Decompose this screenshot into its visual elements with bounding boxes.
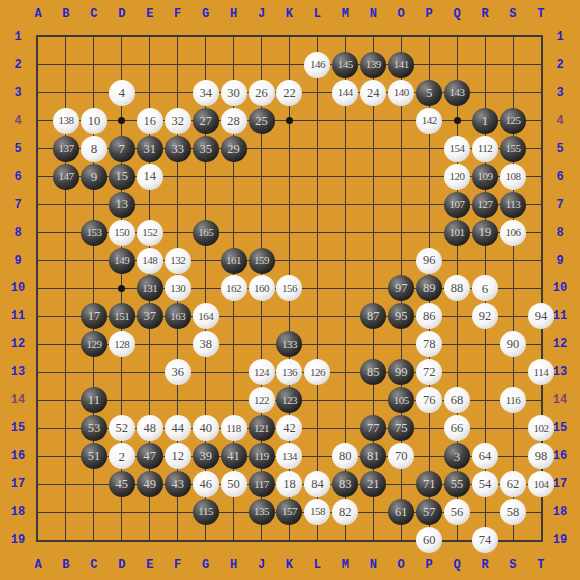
col-label-M-top: M <box>331 6 359 22</box>
col-label-T-top: T <box>527 6 555 22</box>
stone-white-S17: 62 <box>500 471 526 497</box>
stone-white-Q5: 154 <box>444 136 470 162</box>
stone-white-P12: 78 <box>416 331 442 357</box>
stone-white-Q6: 120 <box>444 164 470 190</box>
col-label-R-bottom: R <box>471 557 499 573</box>
stone-black-Q17: 55 <box>444 471 470 497</box>
col-label-T-bottom: T <box>527 557 555 573</box>
col-label-A-top: A <box>24 6 52 22</box>
stone-white-S12: 90 <box>500 331 526 357</box>
col-label-N-top: N <box>359 6 387 22</box>
stone-white-R5: 112 <box>472 136 498 162</box>
stone-black-D9: 149 <box>109 248 135 274</box>
col-label-A-bottom: A <box>24 557 52 573</box>
stone-white-L17: 84 <box>304 471 330 497</box>
stone-white-L13: 126 <box>304 359 330 385</box>
stone-black-D5: 7 <box>109 136 135 162</box>
stone-white-D15: 52 <box>109 415 135 441</box>
col-label-L-bottom: L <box>303 557 331 573</box>
stone-black-O13: 99 <box>388 359 414 385</box>
stone-black-Q16: 3 <box>444 443 470 469</box>
col-label-J-bottom: J <box>248 557 276 573</box>
stone-white-D12: 128 <box>109 331 135 357</box>
stone-white-K15: 42 <box>276 415 302 441</box>
col-label-B-bottom: B <box>52 557 80 573</box>
stone-black-E16: 47 <box>137 443 163 469</box>
col-label-F-top: F <box>164 6 192 22</box>
col-label-S-bottom: S <box>499 557 527 573</box>
stone-white-G12: 38 <box>193 331 219 357</box>
stone-black-G8: 165 <box>193 220 219 246</box>
column-labels-top: ABCDEFGHJKLMNOPQRST <box>24 6 555 22</box>
stone-white-K13: 136 <box>276 359 302 385</box>
stone-black-N16: 81 <box>360 443 386 469</box>
stone-white-C4: 10 <box>81 108 107 134</box>
stone-black-M17: 83 <box>332 471 358 497</box>
col-label-D-bottom: D <box>108 557 136 573</box>
stone-white-M16: 80 <box>332 443 358 469</box>
stone-black-F5: 33 <box>165 136 191 162</box>
stone-white-G15: 40 <box>193 415 219 441</box>
stone-black-K18: 157 <box>276 499 302 525</box>
stone-white-P11: 86 <box>416 303 442 329</box>
stone-white-K10: 156 <box>276 275 302 301</box>
stone-white-H15: 118 <box>221 415 247 441</box>
stone-white-S14: 116 <box>500 387 526 413</box>
stone-white-E15: 48 <box>137 415 163 441</box>
stone-black-J15: 121 <box>249 415 275 441</box>
col-label-S-top: S <box>499 6 527 22</box>
stone-black-C15: 53 <box>81 415 107 441</box>
stone-black-G5: 35 <box>193 136 219 162</box>
stone-white-N3: 24 <box>360 80 386 106</box>
stone-black-N11: 87 <box>360 303 386 329</box>
stone-white-H3: 30 <box>221 80 247 106</box>
col-label-J-top: J <box>248 6 276 22</box>
stone-black-J18: 135 <box>249 499 275 525</box>
stone-black-O15: 75 <box>388 415 414 441</box>
stone-black-D11: 151 <box>109 303 135 329</box>
col-label-E-bottom: E <box>136 557 164 573</box>
stone-white-K17: 18 <box>276 471 302 497</box>
stone-white-B4: 138 <box>53 108 79 134</box>
stone-black-O18: 61 <box>388 499 414 525</box>
stone-white-T17: 104 <box>528 471 554 497</box>
col-label-P-bottom: P <box>415 557 443 573</box>
stone-white-D3: 4 <box>109 80 135 106</box>
stone-black-J4: 25 <box>249 108 275 134</box>
go-board-diagram: ABCDEFGHJKLMNOPQRST ABCDEFGHJKLMNOPQRST … <box>0 0 580 580</box>
stone-white-C5: 8 <box>81 136 107 162</box>
column-labels-bottom: ABCDEFGHJKLMNOPQRST <box>24 557 555 573</box>
col-label-Q-bottom: Q <box>443 557 471 573</box>
stone-black-G18: 115 <box>193 499 219 525</box>
stone-white-F16: 12 <box>165 443 191 469</box>
col-label-D-top: D <box>108 6 136 22</box>
stone-black-E5: 31 <box>137 136 163 162</box>
stone-white-K16: 134 <box>276 443 302 469</box>
stone-black-D6: 15 <box>109 164 135 190</box>
stone-white-E4: 16 <box>137 108 163 134</box>
stone-black-G16: 39 <box>193 443 219 469</box>
stone-black-R6: 109 <box>472 164 498 190</box>
stone-black-J9: 159 <box>249 248 275 274</box>
stone-black-E11: 37 <box>137 303 163 329</box>
stone-black-B6: 147 <box>53 164 79 190</box>
stone-white-P9: 96 <box>416 248 442 274</box>
stone-white-H10: 162 <box>221 275 247 301</box>
stone-white-J3: 26 <box>249 80 275 106</box>
stone-white-D16: 2 <box>109 443 135 469</box>
stone-black-F17: 43 <box>165 471 191 497</box>
stone-white-F4: 32 <box>165 108 191 134</box>
col-label-P-top: P <box>415 6 443 22</box>
stone-white-R16: 64 <box>472 443 498 469</box>
stone-white-R17: 54 <box>472 471 498 497</box>
stone-white-F15: 44 <box>165 415 191 441</box>
col-label-G-top: G <box>192 6 220 22</box>
stone-white-F9: 132 <box>165 248 191 274</box>
stone-black-J16: 119 <box>249 443 275 469</box>
stone-white-H17: 50 <box>221 471 247 497</box>
stone-white-F13: 36 <box>165 359 191 385</box>
stone-white-G11: 164 <box>193 303 219 329</box>
col-label-H-bottom: H <box>220 557 248 573</box>
stone-black-O11: 95 <box>388 303 414 329</box>
stone-black-S7: 113 <box>500 192 526 218</box>
stone-black-P10: 89 <box>416 275 442 301</box>
stone-black-J17: 117 <box>249 471 275 497</box>
stone-white-T11: 94 <box>528 303 554 329</box>
stone-black-O14: 105 <box>388 387 414 413</box>
stone-white-E6: 14 <box>137 164 163 190</box>
stone-white-P13: 72 <box>416 359 442 385</box>
stone-white-Q10: 88 <box>444 275 470 301</box>
stone-black-D17: 45 <box>109 471 135 497</box>
col-label-Q-top: Q <box>443 6 471 22</box>
stone-black-C16: 51 <box>81 443 107 469</box>
stone-black-P3: 5 <box>416 80 442 106</box>
stone-black-Q8: 101 <box>444 220 470 246</box>
stone-black-F11: 163 <box>165 303 191 329</box>
col-label-O-top: O <box>387 6 415 22</box>
stone-black-N13: 85 <box>360 359 386 385</box>
stone-white-K3: 22 <box>276 80 302 106</box>
stone-black-S5: 155 <box>500 136 526 162</box>
stone-white-J13: 124 <box>249 359 275 385</box>
stone-white-E9: 148 <box>137 248 163 274</box>
stone-white-S18: 58 <box>500 499 526 525</box>
stone-white-R10: 6 <box>472 275 498 301</box>
stone-white-E8: 152 <box>137 220 163 246</box>
stone-white-J14: 122 <box>249 387 275 413</box>
col-label-O-bottom: O <box>387 557 415 573</box>
stone-black-K14: 123 <box>276 387 302 413</box>
stone-white-O16: 70 <box>388 443 414 469</box>
col-label-M-bottom: M <box>331 557 359 573</box>
stone-white-P19: 60 <box>416 527 442 553</box>
stone-black-C12: 129 <box>81 331 107 357</box>
stone-white-S6: 108 <box>500 164 526 190</box>
stone-black-P18: 57 <box>416 499 442 525</box>
stone-black-Q7: 107 <box>444 192 470 218</box>
stone-white-R11: 92 <box>472 303 498 329</box>
col-label-H-top: H <box>220 6 248 22</box>
stone-black-C8: 153 <box>81 220 107 246</box>
stone-white-H4: 28 <box>221 108 247 134</box>
col-label-C-bottom: C <box>80 557 108 573</box>
stone-white-T16: 98 <box>528 443 554 469</box>
col-label-K-top: K <box>275 6 303 22</box>
stone-black-H16: 41 <box>221 443 247 469</box>
stone-black-R4: 1 <box>472 108 498 134</box>
stone-black-N15: 77 <box>360 415 386 441</box>
stone-black-N17: 21 <box>360 471 386 497</box>
col-label-C-top: C <box>80 6 108 22</box>
col-label-N-bottom: N <box>359 557 387 573</box>
stone-white-R19: 74 <box>472 527 498 553</box>
stone-black-D7: 13 <box>109 192 135 218</box>
col-label-R-top: R <box>471 6 499 22</box>
col-label-B-top: B <box>52 6 80 22</box>
stone-white-Q14: 68 <box>444 387 470 413</box>
stone-white-F10: 130 <box>165 275 191 301</box>
stone-black-C6: 9 <box>81 164 107 190</box>
stone-black-E17: 49 <box>137 471 163 497</box>
col-label-K-bottom: K <box>275 557 303 573</box>
col-label-E-top: E <box>136 6 164 22</box>
stone-black-O10: 97 <box>388 275 414 301</box>
stone-white-L18: 158 <box>304 499 330 525</box>
stone-white-S8: 106 <box>500 220 526 246</box>
stone-black-R8: 19 <box>472 220 498 246</box>
stone-white-O3: 140 <box>388 80 414 106</box>
stone-black-O2: 141 <box>388 52 414 78</box>
stone-black-N2: 139 <box>360 52 386 78</box>
stone-white-Q18: 56 <box>444 499 470 525</box>
stone-white-M3: 144 <box>332 80 358 106</box>
stone-white-M18: 82 <box>332 499 358 525</box>
col-label-F-bottom: F <box>164 557 192 573</box>
stone-white-G3: 34 <box>193 80 219 106</box>
stone-white-J10: 160 <box>249 275 275 301</box>
stone-black-P17: 71 <box>416 471 442 497</box>
stone-black-C14: 11 <box>81 387 107 413</box>
stone-black-M2: 145 <box>332 52 358 78</box>
stone-black-H9: 161 <box>221 248 247 274</box>
col-label-G-bottom: G <box>192 557 220 573</box>
stone-white-L2: 146 <box>304 52 330 78</box>
stone-black-C11: 17 <box>81 303 107 329</box>
stone-black-S4: 125 <box>500 108 526 134</box>
stone-black-K12: 133 <box>276 331 302 357</box>
stone-white-T15: 102 <box>528 415 554 441</box>
stones-layer: 1234567891011121314151617181921222425262… <box>24 23 555 554</box>
stone-white-P4: 142 <box>416 108 442 134</box>
stone-white-Q15: 66 <box>444 415 470 441</box>
stone-white-G17: 46 <box>193 471 219 497</box>
stone-black-H5: 29 <box>221 136 247 162</box>
stone-black-G4: 27 <box>193 108 219 134</box>
col-label-L-top: L <box>303 6 331 22</box>
stone-black-Q3: 143 <box>444 80 470 106</box>
stone-black-R7: 127 <box>472 192 498 218</box>
stone-white-T13: 114 <box>528 359 554 385</box>
stone-black-B5: 137 <box>53 136 79 162</box>
stone-white-P14: 76 <box>416 387 442 413</box>
stone-black-E10: 131 <box>137 275 163 301</box>
stone-white-D8: 150 <box>109 220 135 246</box>
